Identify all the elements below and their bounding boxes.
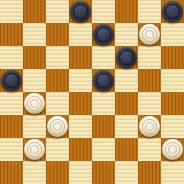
- square-b1: [23, 161, 46, 184]
- square-f7: [115, 23, 138, 46]
- square-f8[interactable]: [115, 0, 138, 23]
- square-c2: [46, 138, 69, 161]
- piece-white-man-b2[interactable]: [24, 139, 45, 160]
- piece-black-man-f6[interactable]: [116, 47, 137, 68]
- square-d6[interactable]: [69, 46, 92, 69]
- square-f2[interactable]: [115, 138, 138, 161]
- square-b6[interactable]: [23, 46, 46, 69]
- square-a8: [0, 0, 23, 23]
- square-a7[interactable]: [0, 23, 23, 46]
- square-d3: [69, 115, 92, 138]
- square-h1: [161, 161, 184, 184]
- square-g4: [138, 92, 161, 115]
- square-f5: [115, 69, 138, 92]
- square-c1[interactable]: [46, 161, 69, 184]
- square-b8[interactable]: [23, 0, 46, 23]
- square-g2: [138, 138, 161, 161]
- square-a3[interactable]: [0, 115, 23, 138]
- square-g1[interactable]: [138, 161, 161, 184]
- square-e2: [92, 138, 115, 161]
- square-e8: [92, 0, 115, 23]
- square-g6: [138, 46, 161, 69]
- square-a4: [0, 92, 23, 115]
- piece-black-man-d8[interactable]: [70, 1, 91, 22]
- piece-black-man-e7[interactable]: [93, 24, 114, 45]
- square-a2: [0, 138, 23, 161]
- square-f3: [115, 115, 138, 138]
- square-e3[interactable]: [92, 115, 115, 138]
- square-f4[interactable]: [115, 92, 138, 115]
- square-d1: [69, 161, 92, 184]
- square-c5[interactable]: [46, 69, 69, 92]
- square-c4: [46, 92, 69, 115]
- square-a6: [0, 46, 23, 69]
- piece-white-man-c3[interactable]: [47, 116, 68, 137]
- piece-white-man-g7[interactable]: [139, 24, 160, 45]
- square-b7: [23, 23, 46, 46]
- piece-black-man-h8[interactable]: [162, 1, 183, 22]
- piece-white-man-h2[interactable]: [162, 139, 183, 160]
- piece-black-man-e5[interactable]: [93, 70, 114, 91]
- checkers-app: [0, 0, 184, 184]
- checkers-board: [0, 0, 184, 184]
- square-h7: [161, 23, 184, 46]
- piece-black-man-a5[interactable]: [1, 70, 22, 91]
- square-h6[interactable]: [161, 46, 184, 69]
- square-e1[interactable]: [92, 161, 115, 184]
- square-d4[interactable]: [69, 92, 92, 115]
- square-c8: [46, 0, 69, 23]
- square-h4[interactable]: [161, 92, 184, 115]
- square-g5[interactable]: [138, 69, 161, 92]
- square-f1: [115, 161, 138, 184]
- square-e6: [92, 46, 115, 69]
- square-a1[interactable]: [0, 161, 23, 184]
- square-c6: [46, 46, 69, 69]
- square-h3: [161, 115, 184, 138]
- piece-white-man-b4[interactable]: [24, 93, 45, 114]
- square-d7: [69, 23, 92, 46]
- square-d5: [69, 69, 92, 92]
- square-e4: [92, 92, 115, 115]
- piece-white-man-g3[interactable]: [139, 116, 160, 137]
- square-d2[interactable]: [69, 138, 92, 161]
- square-h5: [161, 69, 184, 92]
- square-g8: [138, 0, 161, 23]
- square-b5: [23, 69, 46, 92]
- square-b3: [23, 115, 46, 138]
- square-c7[interactable]: [46, 23, 69, 46]
